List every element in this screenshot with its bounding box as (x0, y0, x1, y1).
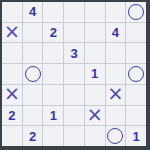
cell-r2c0[interactable] (2, 43, 22, 63)
circle-mark-icon (128, 66, 144, 82)
cell-r1c6[interactable] (126, 23, 146, 43)
cell-r4c2[interactable] (43, 85, 63, 105)
clue-number: 4 (112, 26, 119, 39)
cell-r6c4[interactable] (85, 126, 105, 146)
cell-r2c5[interactable] (106, 43, 126, 63)
cell-r0c2[interactable] (43, 2, 63, 22)
circle-mark-icon (107, 128, 123, 144)
clue-number: 2 (8, 109, 15, 122)
cross-mark-icon: × (107, 85, 123, 103)
cell-r1c2: 2 (43, 23, 63, 43)
cell-r5c6[interactable] (126, 106, 146, 126)
cell-r5c1[interactable] (23, 106, 43, 126)
cell-r4c4[interactable] (85, 85, 105, 105)
cell-r6c2[interactable] (43, 126, 63, 146)
circle-mark-icon (128, 4, 144, 20)
puzzle-frame: 4×2431××21×21 (0, 0, 150, 150)
cell-r6c5[interactable] (106, 126, 126, 146)
cell-r3c0[interactable] (2, 64, 22, 84)
cell-r5c5[interactable] (106, 106, 126, 126)
cell-r2c3: 3 (64, 43, 84, 63)
cell-r0c0[interactable] (2, 2, 22, 22)
cell-r2c4[interactable] (85, 43, 105, 63)
cell-r5c3[interactable] (64, 106, 84, 126)
cell-r3c1[interactable] (23, 64, 43, 84)
cell-r4c6[interactable] (126, 85, 146, 105)
cell-r1c5: 4 (106, 23, 126, 43)
clue-number: 1 (133, 130, 140, 143)
cell-r4c3[interactable] (64, 85, 84, 105)
cell-r0c4[interactable] (85, 2, 105, 22)
cell-r1c4[interactable] (85, 23, 105, 43)
cell-r5c4[interactable]: × (85, 106, 105, 126)
cell-r3c4: 1 (85, 64, 105, 84)
cell-r1c0[interactable]: × (2, 23, 22, 43)
cell-r0c3[interactable] (64, 2, 84, 22)
cell-r0c5[interactable] (106, 2, 126, 22)
clue-number: 2 (29, 130, 36, 143)
cell-r4c1[interactable] (23, 85, 43, 105)
cell-r3c6[interactable] (126, 64, 146, 84)
cell-r2c6[interactable] (126, 43, 146, 63)
cross-mark-icon: × (4, 23, 20, 41)
cell-r6c6: 1 (126, 126, 146, 146)
cell-r1c3[interactable] (64, 23, 84, 43)
cell-r3c2[interactable] (43, 64, 63, 84)
circle-mark-icon (25, 66, 41, 82)
clue-number: 3 (70, 47, 77, 60)
clue-number: 1 (50, 109, 57, 122)
cross-mark-icon: × (87, 106, 103, 124)
cell-r0c1: 4 (23, 2, 43, 22)
cell-r4c0[interactable]: × (2, 85, 22, 105)
cell-r6c1: 2 (23, 126, 43, 146)
cell-r5c2: 1 (43, 106, 63, 126)
cell-r3c3[interactable] (64, 64, 84, 84)
cell-r5c0: 2 (2, 106, 22, 126)
clue-number: 4 (29, 5, 36, 18)
cell-r2c1[interactable] (23, 43, 43, 63)
cell-r0c6[interactable] (126, 2, 146, 22)
cell-r3c5[interactable] (106, 64, 126, 84)
cell-r6c0[interactable] (2, 126, 22, 146)
clue-number: 2 (50, 26, 57, 39)
cell-r6c3[interactable] (64, 126, 84, 146)
clue-number: 1 (91, 67, 98, 80)
cell-r2c2[interactable] (43, 43, 63, 63)
cross-mark-icon: × (4, 85, 20, 103)
cell-r4c5[interactable]: × (106, 85, 126, 105)
puzzle-board: 4×2431××21×21 (2, 2, 146, 146)
cell-r1c1[interactable] (23, 23, 43, 43)
